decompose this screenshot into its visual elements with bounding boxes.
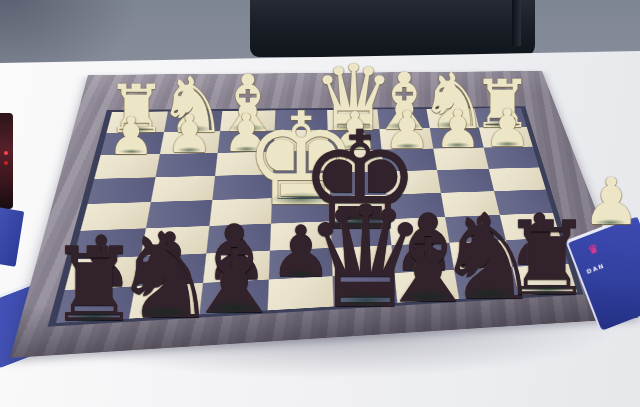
board-square-c1 bbox=[377, 109, 429, 129]
board-square-f4 bbox=[212, 174, 273, 200]
board-square-b8 bbox=[454, 267, 519, 299]
board-square-h6 bbox=[73, 228, 146, 259]
board-square-a4 bbox=[489, 167, 546, 191]
board-square-h1 bbox=[106, 111, 167, 133]
board-square-c2 bbox=[379, 128, 433, 149]
board-square-b3 bbox=[433, 148, 488, 171]
board-square-b2 bbox=[430, 127, 484, 148]
board-square-c5 bbox=[386, 193, 445, 219]
board-square-e8 bbox=[268, 276, 334, 310]
board-square-g3 bbox=[156, 153, 218, 177]
board-square-e1 bbox=[275, 110, 328, 131]
board-square-e7 bbox=[269, 248, 333, 280]
board-square-f6 bbox=[206, 224, 271, 254]
board-square-h4 bbox=[88, 177, 156, 204]
board-square-e6 bbox=[270, 221, 332, 250]
board-square-b4 bbox=[437, 169, 494, 193]
board-square-d4 bbox=[329, 171, 386, 196]
board-square-e5 bbox=[271, 196, 331, 223]
board-square-e4 bbox=[272, 173, 330, 198]
board-square-g4 bbox=[151, 176, 215, 202]
board-square-d8 bbox=[333, 273, 398, 306]
clock-led-icon bbox=[4, 151, 8, 155]
board-square-h5 bbox=[80, 202, 150, 231]
board-square-c7 bbox=[391, 243, 454, 273]
chess-clock bbox=[0, 113, 13, 209]
board-square-f2 bbox=[218, 131, 275, 153]
board-square-d2 bbox=[328, 129, 382, 151]
federation-crest-icon: ♛ bbox=[586, 241, 601, 258]
board-square-b7 bbox=[449, 240, 512, 270]
board-square-b5 bbox=[441, 191, 500, 217]
name-card-text: DAN bbox=[585, 262, 605, 275]
board-square-a6 bbox=[500, 213, 561, 240]
board-square-h3 bbox=[94, 154, 160, 179]
board-square-h7 bbox=[65, 256, 141, 290]
board-square-c6 bbox=[389, 217, 450, 245]
board-square-g1 bbox=[164, 111, 222, 132]
board-square-f7 bbox=[203, 251, 270, 283]
chair bbox=[250, 0, 535, 57]
board-square-h2 bbox=[101, 132, 165, 155]
board-square-g8 bbox=[129, 283, 203, 319]
board-square-d5 bbox=[330, 195, 389, 222]
board-square-d7 bbox=[332, 245, 395, 276]
tournament-photo: ♜♞♝♛♝♞♜♟♟♟♟♟♟♟♚♚♟♟♟♟♟♟♟♜♞♝♛♝♞♜♟ ♛ DAN bbox=[0, 0, 640, 407]
board-square-f1 bbox=[220, 110, 275, 131]
board-square-d3 bbox=[328, 150, 383, 173]
chess-board bbox=[56, 108, 577, 323]
board-square-g7 bbox=[135, 253, 206, 286]
board-square-f5 bbox=[209, 198, 272, 226]
board-square-c8 bbox=[394, 270, 459, 303]
board-square-g5 bbox=[146, 200, 212, 228]
board-square-b6 bbox=[445, 215, 506, 243]
board-square-a1 bbox=[474, 108, 526, 127]
board-square-d6 bbox=[331, 219, 392, 248]
board-square-h8 bbox=[56, 286, 135, 323]
chair-frame-bar bbox=[512, 0, 521, 46]
board-square-a2 bbox=[479, 127, 533, 148]
board-square-f3 bbox=[215, 152, 274, 176]
board-square-c4 bbox=[384, 170, 441, 194]
board-square-g2 bbox=[160, 131, 220, 154]
board-square-e3 bbox=[273, 151, 329, 175]
board-square-g6 bbox=[141, 226, 210, 256]
board-square-f8 bbox=[199, 280, 268, 315]
board-square-b1 bbox=[426, 108, 478, 128]
board-square-e2 bbox=[274, 130, 329, 152]
board-square-a5 bbox=[494, 190, 553, 215]
board-square-a7 bbox=[506, 238, 569, 267]
board-square-a8 bbox=[512, 264, 577, 295]
board-square-c3 bbox=[382, 149, 437, 172]
board-square-a3 bbox=[484, 147, 539, 169]
board-square-d1 bbox=[327, 109, 379, 129]
